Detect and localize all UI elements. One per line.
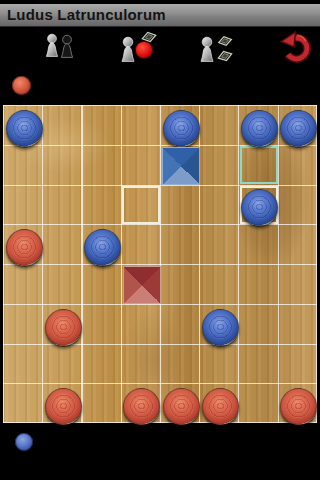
computer-players-button[interactable] bbox=[196, 29, 238, 71]
piece-red[interactable] bbox=[163, 388, 200, 425]
piece-blue[interactable] bbox=[6, 110, 43, 147]
app-screen: Ludus Latrunculorum bbox=[0, 0, 320, 480]
title-bar: Ludus Latrunculorum bbox=[0, 4, 320, 27]
piece-red[interactable] bbox=[202, 388, 239, 425]
undo-icon bbox=[276, 27, 318, 69]
piece-red[interactable] bbox=[280, 388, 317, 425]
piece-blue[interactable] bbox=[163, 110, 200, 147]
top-red-player-indicator bbox=[12, 76, 31, 95]
piece-red-dux[interactable] bbox=[123, 266, 161, 304]
piece-red[interactable] bbox=[123, 388, 160, 425]
player-vs-computer-icon bbox=[118, 28, 160, 70]
piece-red[interactable] bbox=[45, 309, 82, 346]
board[interactable] bbox=[3, 105, 317, 423]
piece-red[interactable] bbox=[45, 388, 82, 425]
computer-players-icon bbox=[196, 29, 238, 71]
undo-button[interactable] bbox=[276, 27, 318, 69]
player-vs-computer-button[interactable] bbox=[118, 28, 160, 70]
bottom-blue-player-indicator bbox=[15, 433, 33, 451]
piece-blue[interactable] bbox=[280, 110, 317, 147]
piece-blue[interactable] bbox=[84, 229, 121, 266]
piece-red[interactable] bbox=[6, 229, 43, 266]
highlight-cyan-square[interactable] bbox=[240, 146, 278, 184]
two-players-icon bbox=[42, 29, 84, 71]
piece-blue[interactable] bbox=[202, 309, 239, 346]
two-players-button[interactable] bbox=[42, 29, 84, 71]
app-title: Ludus Latrunculorum bbox=[0, 4, 320, 26]
piece-blue[interactable] bbox=[241, 110, 278, 147]
highlight-white-square[interactable] bbox=[122, 186, 160, 224]
piece-blue-dux[interactable] bbox=[162, 147, 200, 185]
